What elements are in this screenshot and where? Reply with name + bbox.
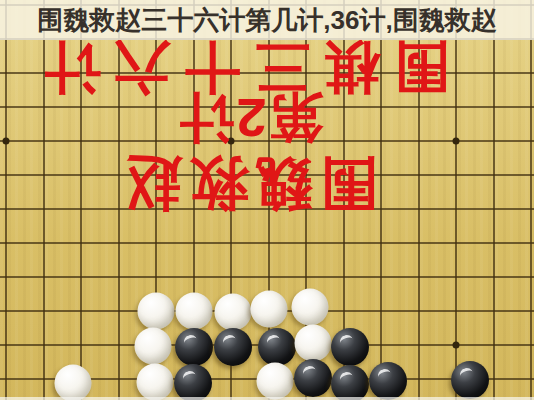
stone-highlight bbox=[222, 333, 238, 348]
white-stone[interactable] bbox=[135, 328, 172, 365]
white-stone[interactable] bbox=[138, 293, 175, 330]
white-stone[interactable] bbox=[292, 289, 329, 326]
board-overlay-line2: 第2计 bbox=[176, 91, 323, 145]
stone-highlight bbox=[302, 364, 318, 379]
black-stone[interactable] bbox=[174, 364, 212, 400]
stone-highlight bbox=[459, 366, 475, 381]
stone-highlight bbox=[266, 333, 282, 348]
board-overlay-line3: 围魏救赵 bbox=[118, 155, 378, 213]
black-stone[interactable] bbox=[175, 328, 213, 366]
grid-line-vertical bbox=[5, 0, 7, 400]
black-stone[interactable] bbox=[331, 365, 369, 400]
white-stone[interactable] bbox=[137, 364, 174, 400]
black-stone[interactable] bbox=[451, 361, 489, 399]
page-title: 围魏救赵三十六计第几计,36计,围魏救赵 bbox=[37, 3, 496, 38]
go-board: 围棋三十六计 第2计 围魏救赵 bbox=[0, 0, 534, 400]
black-stone[interactable] bbox=[331, 328, 369, 366]
star-point bbox=[453, 138, 460, 145]
board-overlay-line1: 围棋三十六计 bbox=[30, 39, 450, 95]
black-stone[interactable] bbox=[294, 359, 332, 397]
white-stone[interactable] bbox=[295, 325, 332, 362]
black-stone[interactable] bbox=[214, 328, 252, 366]
white-stone[interactable] bbox=[215, 294, 252, 331]
star-point bbox=[453, 342, 460, 349]
black-stone[interactable] bbox=[369, 362, 407, 400]
stone-highlight bbox=[377, 367, 393, 382]
title-bar: 围魏救赵三十六计第几计,36计,围魏救赵 bbox=[0, 0, 534, 40]
grid-line-vertical bbox=[455, 0, 457, 400]
grid-line-vertical bbox=[493, 0, 495, 400]
white-stone[interactable] bbox=[257, 363, 294, 400]
grid-line-horizontal bbox=[0, 276, 534, 278]
stone-highlight bbox=[182, 369, 198, 384]
white-stone[interactable] bbox=[176, 293, 213, 330]
stone-highlight bbox=[339, 370, 355, 385]
white-stone[interactable] bbox=[251, 291, 288, 328]
grid-line-vertical bbox=[530, 0, 532, 400]
black-stone[interactable] bbox=[258, 328, 296, 366]
stone-highlight bbox=[339, 333, 355, 348]
white-stone[interactable] bbox=[55, 365, 92, 400]
screenshot-root: 围棋三十六计 第2计 围魏救赵 围魏救赵三十六计第几计,36计,围魏救赵 bbox=[0, 0, 534, 400]
grid-line-horizontal bbox=[0, 242, 534, 244]
stone-highlight bbox=[183, 333, 199, 348]
star-point bbox=[3, 138, 10, 145]
